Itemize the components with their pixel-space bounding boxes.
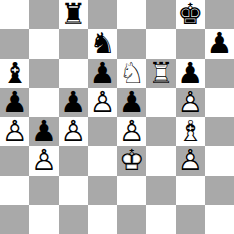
black-bishop-icon: ♝: [0, 59, 29, 88]
square-c8[interactable]: ♜: [59, 0, 88, 29]
square-b1[interactable]: [29, 205, 58, 234]
black-knight-icon: ♞: [88, 29, 117, 58]
white-pawn-icon: ♙: [59, 117, 88, 146]
square-b4[interactable]: ♟: [29, 117, 58, 146]
white-pawn-icon: ♙: [88, 88, 117, 117]
black-pawn-icon: ♟: [205, 29, 234, 58]
piece-white-pawn: ♟♙: [0, 117, 29, 146]
square-d5[interactable]: ♟♙: [88, 88, 117, 117]
square-f4[interactable]: [146, 117, 175, 146]
square-f3[interactable]: [146, 146, 175, 175]
square-d3[interactable]: [88, 146, 117, 175]
white-pawn-fill-icon: ♟: [176, 146, 205, 175]
square-f2[interactable]: [146, 176, 175, 205]
black-pawn-icon: ♟: [88, 59, 117, 88]
white-pawn-icon: ♙: [176, 146, 205, 175]
white-pawn-icon: ♙: [0, 117, 29, 146]
black-pawn-icon: ♟: [117, 88, 146, 117]
square-h1[interactable]: [205, 205, 234, 234]
square-c5[interactable]: ♟: [59, 88, 88, 117]
square-b6[interactable]: [29, 59, 58, 88]
square-d2[interactable]: [88, 176, 117, 205]
white-bishop-icon: ♗: [176, 117, 205, 146]
white-bishop-fill-icon: ♝: [176, 117, 205, 146]
white-pawn-fill-icon: ♟: [0, 117, 29, 146]
square-b3[interactable]: ♟♙: [29, 146, 58, 175]
white-pawn-fill-icon: ♟: [29, 146, 58, 175]
black-rook-icon: ♜: [59, 0, 88, 29]
piece-black-pawn: ♟: [29, 117, 58, 146]
piece-white-pawn: ♟♙: [117, 117, 146, 146]
piece-black-king: ♚: [176, 0, 205, 29]
white-pawn-icon: ♙: [176, 88, 205, 117]
white-pawn-fill-icon: ♟: [117, 117, 146, 146]
square-d7[interactable]: ♞: [88, 29, 117, 58]
white-pawn-icon: ♙: [29, 146, 58, 175]
piece-black-pawn: ♟: [88, 59, 117, 88]
white-rook-fill-icon: ♜: [146, 59, 175, 88]
square-g1[interactable]: [176, 205, 205, 234]
piece-white-bishop: ♝♗: [176, 117, 205, 146]
square-b8[interactable]: [29, 0, 58, 29]
square-b7[interactable]: [29, 29, 58, 58]
square-c4[interactable]: ♟♙: [59, 117, 88, 146]
square-g2[interactable]: [176, 176, 205, 205]
square-e1[interactable]: [117, 205, 146, 234]
square-f6[interactable]: ♜♖: [146, 59, 175, 88]
square-c3[interactable]: [59, 146, 88, 175]
square-d4[interactable]: [88, 117, 117, 146]
square-h4[interactable]: [205, 117, 234, 146]
square-h8[interactable]: [205, 0, 234, 29]
white-king-icon: ♔: [117, 146, 146, 175]
piece-white-pawn: ♟♙: [29, 146, 58, 175]
piece-black-pawn: ♟: [59, 88, 88, 117]
square-f1[interactable]: [146, 205, 175, 234]
square-d1[interactable]: [88, 205, 117, 234]
piece-black-pawn: ♟: [205, 29, 234, 58]
black-king-icon: ♚: [176, 0, 205, 29]
square-e6[interactable]: ♞♘: [117, 59, 146, 88]
black-pawn-icon: ♟: [29, 117, 58, 146]
square-h6[interactable]: [205, 59, 234, 88]
square-a3[interactable]: [0, 146, 29, 175]
white-pawn-icon: ♙: [117, 117, 146, 146]
square-g3[interactable]: ♟♙: [176, 146, 205, 175]
piece-black-rook: ♜: [59, 0, 88, 29]
chess-board-container: ♜♚♞♟♝♟♞♘♜♖♟♟♟♟♙♟♟♙♟♙♟♟♙♟♙♝♗♟♙♚♔♟♙: [0, 0, 234, 234]
square-h7[interactable]: ♟: [205, 29, 234, 58]
square-e5[interactable]: ♟: [117, 88, 146, 117]
piece-white-king: ♚♔: [117, 146, 146, 175]
square-b5[interactable]: [29, 88, 58, 117]
square-g5[interactable]: ♟♙: [176, 88, 205, 117]
square-a8[interactable]: [0, 0, 29, 29]
piece-black-knight: ♞: [88, 29, 117, 58]
square-e2[interactable]: [117, 176, 146, 205]
square-g7[interactable]: [176, 29, 205, 58]
white-knight-icon: ♘: [117, 59, 146, 88]
square-f5[interactable]: [146, 88, 175, 117]
square-a5[interactable]: ♟: [0, 88, 29, 117]
piece-white-pawn: ♟♙: [176, 88, 205, 117]
square-c6[interactable]: [59, 59, 88, 88]
piece-black-pawn: ♟: [117, 88, 146, 117]
square-c2[interactable]: [59, 176, 88, 205]
square-f7[interactable]: [146, 29, 175, 58]
square-e4[interactable]: ♟♙: [117, 117, 146, 146]
chess-board: ♜♚♞♟♝♟♞♘♜♖♟♟♟♟♙♟♟♙♟♙♟♟♙♟♙♝♗♟♙♚♔♟♙: [0, 0, 234, 234]
piece-white-pawn: ♟♙: [59, 117, 88, 146]
white-pawn-fill-icon: ♟: [176, 88, 205, 117]
square-a4[interactable]: ♟♙: [0, 117, 29, 146]
square-a6[interactable]: ♝: [0, 59, 29, 88]
piece-white-pawn: ♟♙: [176, 146, 205, 175]
square-a2[interactable]: [0, 176, 29, 205]
piece-black-bishop: ♝: [0, 59, 29, 88]
square-h3[interactable]: [205, 146, 234, 175]
square-h5[interactable]: [205, 88, 234, 117]
white-rook-icon: ♖: [146, 59, 175, 88]
square-d8[interactable]: [88, 0, 117, 29]
white-pawn-fill-icon: ♟: [59, 117, 88, 146]
square-e3[interactable]: ♚♔: [117, 146, 146, 175]
square-g6[interactable]: ♟: [176, 59, 205, 88]
square-d6[interactable]: ♟: [88, 59, 117, 88]
piece-white-pawn: ♟♙: [88, 88, 117, 117]
piece-black-pawn: ♟: [176, 59, 205, 88]
white-king-fill-icon: ♚: [117, 146, 146, 175]
square-c1[interactable]: [59, 205, 88, 234]
square-a1[interactable]: [0, 205, 29, 234]
square-c7[interactable]: [59, 29, 88, 58]
square-g4[interactable]: ♝♗: [176, 117, 205, 146]
white-knight-fill-icon: ♞: [117, 59, 146, 88]
square-a7[interactable]: [0, 29, 29, 58]
white-pawn-fill-icon: ♟: [88, 88, 117, 117]
square-b2[interactable]: [29, 176, 58, 205]
piece-black-pawn: ♟: [0, 88, 29, 117]
square-e8[interactable]: [117, 0, 146, 29]
square-f8[interactable]: [146, 0, 175, 29]
square-e7[interactable]: [117, 29, 146, 58]
black-pawn-icon: ♟: [59, 88, 88, 117]
square-g8[interactable]: ♚: [176, 0, 205, 29]
black-pawn-icon: ♟: [176, 59, 205, 88]
piece-white-rook: ♜♖: [146, 59, 175, 88]
square-h2[interactable]: [205, 176, 234, 205]
black-pawn-icon: ♟: [0, 88, 29, 117]
piece-white-knight: ♞♘: [117, 59, 146, 88]
